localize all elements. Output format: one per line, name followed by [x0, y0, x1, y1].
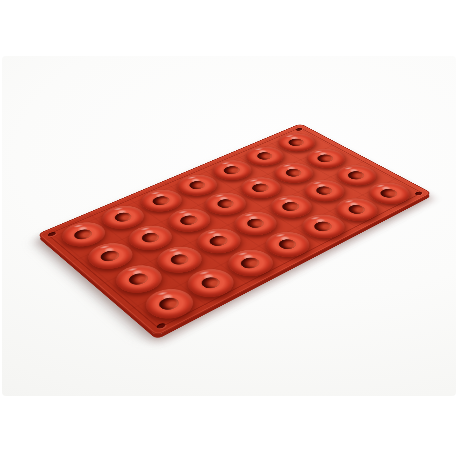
product-photo — [0, 0, 458, 458]
